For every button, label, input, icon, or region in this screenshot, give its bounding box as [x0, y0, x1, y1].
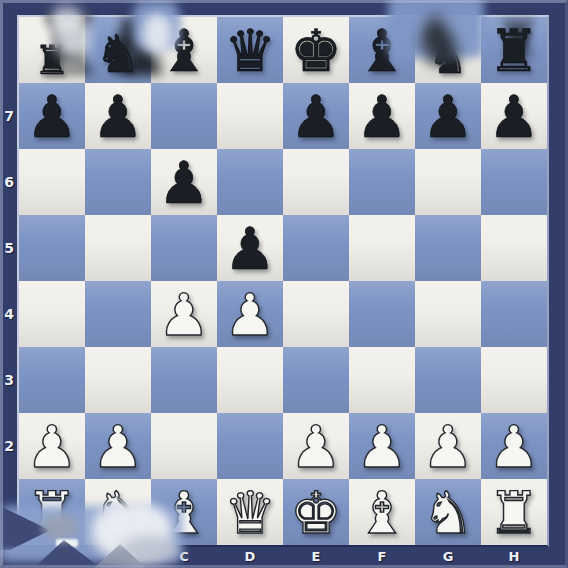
black-knight-g8[interactable]: ♞ — [415, 17, 481, 83]
black-pawn-f7[interactable]: ♟ — [349, 83, 415, 149]
square-f5[interactable] — [349, 215, 415, 281]
white-knight-g1[interactable]: ♞ — [415, 479, 481, 545]
square-a6[interactable] — [19, 149, 85, 215]
white-king-e1[interactable]: ♚ — [283, 479, 349, 545]
square-f6[interactable] — [349, 149, 415, 215]
square-d3[interactable] — [217, 347, 283, 413]
white-pawn-e2[interactable]: ♟ — [283, 413, 349, 479]
rank-label-3: 3 — [2, 347, 16, 413]
black-bishop-c8[interactable]: ♝ — [151, 17, 217, 83]
rank-label-2: 2 — [2, 413, 16, 479]
black-pawn-c6[interactable]: ♟ — [151, 149, 217, 215]
square-c5[interactable] — [151, 215, 217, 281]
white-queen-d1[interactable]: ♛ — [217, 479, 283, 545]
rank-label-5: 5 — [2, 215, 16, 281]
rank-label-4: 4 — [2, 281, 16, 347]
black-rook-a8[interactable]: ♜ — [19, 17, 85, 83]
black-rook-h8[interactable]: ♜ — [481, 17, 547, 83]
square-a3[interactable] — [19, 347, 85, 413]
black-king-e8[interactable]: ♚ — [283, 17, 349, 83]
black-pawn-g7[interactable]: ♟ — [415, 83, 481, 149]
white-pawn-d4[interactable]: ♟ — [217, 281, 283, 347]
square-g5[interactable] — [415, 215, 481, 281]
square-c3[interactable] — [151, 347, 217, 413]
white-bishop-c1[interactable]: ♝ — [151, 479, 217, 545]
square-e3[interactable] — [283, 347, 349, 413]
file-label-e: E — [283, 548, 349, 565]
black-pawn-d5[interactable]: ♟ — [217, 215, 283, 281]
square-d6[interactable] — [217, 149, 283, 215]
white-pawn-g2[interactable]: ♟ — [415, 413, 481, 479]
rank-label-6: 6 — [2, 149, 16, 215]
file-label-d: D — [217, 548, 283, 565]
black-bishop-f8[interactable]: ♝ — [349, 17, 415, 83]
black-pawn-a7[interactable]: ♟ — [19, 83, 85, 149]
file-label-h: H — [481, 548, 547, 565]
bottomleft-gray-wedge-blur — [94, 544, 146, 568]
white-rook-a1[interactable]: ♜ — [19, 479, 85, 545]
square-b5[interactable] — [85, 215, 151, 281]
square-g6[interactable] — [415, 149, 481, 215]
square-h6[interactable] — [481, 149, 547, 215]
rank-label-7: 7 — [2, 83, 16, 149]
square-b4[interactable] — [85, 281, 151, 347]
square-f4[interactable] — [349, 281, 415, 347]
square-g3[interactable] — [415, 347, 481, 413]
square-c7[interactable] — [151, 83, 217, 149]
white-bishop-f1[interactable]: ♝ — [349, 479, 415, 545]
square-a4[interactable] — [19, 281, 85, 347]
chess-board: ♜♞♝♛♚♝♞♜♟♟♟♟♟♟♟♟♟♟♟♟♟♟♟♟♜♞♝♛♚♝♞♜ — [17, 15, 549, 547]
black-pawn-b7[interactable]: ♟ — [85, 83, 151, 149]
white-pawn-b2[interactable]: ♟ — [85, 413, 151, 479]
square-c2[interactable] — [151, 413, 217, 479]
white-rook-h1[interactable]: ♜ — [481, 479, 547, 545]
white-pawn-c4[interactable]: ♟ — [151, 281, 217, 347]
square-f3[interactable] — [349, 347, 415, 413]
square-e6[interactable] — [283, 149, 349, 215]
square-h4[interactable] — [481, 281, 547, 347]
black-pawn-h7[interactable]: ♟ — [481, 83, 547, 149]
file-label-g: G — [415, 548, 481, 565]
square-b6[interactable] — [85, 149, 151, 215]
square-e4[interactable] — [283, 281, 349, 347]
chess-board-frame: ♜♞♝♛♚♝♞♜♟♟♟♟♟♟♟♟♟♟♟♟♟♟♟♟♜♞♝♛♚♝♞♜ 765432C… — [0, 0, 568, 568]
white-knight-b1[interactable]: ♞ — [85, 479, 151, 545]
square-g4[interactable] — [415, 281, 481, 347]
white-pawn-f2[interactable]: ♟ — [349, 413, 415, 479]
square-d7[interactable] — [217, 83, 283, 149]
file-label-f: F — [349, 548, 415, 565]
square-h5[interactable] — [481, 215, 547, 281]
white-pawn-a2[interactable]: ♟ — [19, 413, 85, 479]
black-knight-b8[interactable]: ♞ — [85, 17, 151, 83]
file-label-c: C — [151, 548, 217, 565]
black-pawn-e7[interactable]: ♟ — [283, 83, 349, 149]
square-h3[interactable] — [481, 347, 547, 413]
square-e5[interactable] — [283, 215, 349, 281]
black-queen-d8[interactable]: ♛ — [217, 17, 283, 83]
square-d2[interactable] — [217, 413, 283, 479]
square-b3[interactable] — [85, 347, 151, 413]
white-pawn-h2[interactable]: ♟ — [481, 413, 547, 479]
square-a5[interactable] — [19, 215, 85, 281]
